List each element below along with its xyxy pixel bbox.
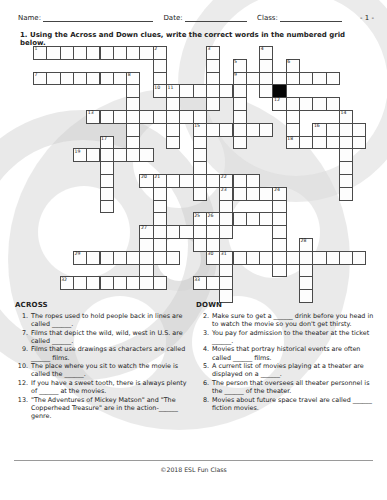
grid-cell[interactable] [193, 161, 207, 175]
clue-item: 10.The place where you sit to watch the … [15, 362, 191, 378]
clue-item-text: The ropes used to hold people back in li… [31, 312, 191, 328]
clue-item-text: You pay for admission to the theater at … [212, 329, 376, 345]
grid-cell[interactable] [193, 110, 207, 124]
clue-item-number: 6. [196, 379, 209, 395]
grid-cell[interactable] [326, 136, 340, 150]
grid-cell[interactable] [312, 251, 326, 265]
grid-cell[interactable] [206, 225, 220, 239]
clue-number: 23 [221, 188, 227, 193]
grid-cell[interactable] [299, 276, 313, 290]
grid-cell[interactable] [179, 225, 193, 239]
clue-item: 5.A current list of movies playing at a … [196, 362, 376, 378]
date-field[interactable] [185, 14, 247, 22]
grid-cell[interactable] [339, 174, 353, 188]
grid-cell[interactable] [206, 59, 220, 73]
grid-cell[interactable] [259, 72, 273, 86]
grid-cell[interactable] [233, 251, 247, 265]
header: Name: Date: Class: - 1 - [18, 14, 374, 22]
grid-cell[interactable] [100, 276, 114, 290]
grid-cell[interactable] [153, 59, 167, 73]
clue-number: 31 [221, 252, 227, 257]
grid-cell[interactable] [100, 174, 114, 188]
date-label: Date: [163, 14, 182, 22]
clue-number: 29 [75, 252, 81, 257]
clue-item-number: 8. [196, 396, 209, 412]
class-label: Class: [257, 14, 278, 22]
clue-number: 9 [234, 73, 237, 78]
grid-cell[interactable] [286, 251, 300, 265]
grid-cell[interactable] [246, 212, 260, 226]
grid-cell[interactable] [339, 123, 353, 137]
clue-item: 1.The ropes used to hold people back in … [15, 312, 191, 328]
grid-cell[interactable] [139, 46, 153, 60]
page-number: - 1 - [360, 14, 374, 22]
across-title: ACROSS [15, 301, 191, 309]
clue-item: 9.Films that use drawings as characters … [15, 345, 191, 361]
grid-cell[interactable] [219, 225, 233, 239]
grid-cell[interactable] [113, 46, 127, 60]
grid-cell[interactable] [139, 264, 153, 278]
grid-cell[interactable] [259, 84, 273, 98]
grid-cell[interactable] [219, 200, 233, 214]
grid-cell[interactable] [219, 276, 233, 290]
grid-cell[interactable] [352, 136, 366, 150]
grid-cell[interactable] [233, 97, 247, 111]
clue-number: 2 [154, 47, 157, 52]
grid-cell[interactable] [339, 148, 353, 162]
grid-cell[interactable] [272, 225, 286, 239]
grid-cell[interactable] [73, 276, 87, 290]
clue-number: 33 [194, 278, 200, 283]
grid-cell[interactable] [312, 72, 326, 86]
clue-item: 6.The person that oversees all theater p… [196, 379, 376, 395]
grid-cell[interactable] [139, 238, 153, 252]
grid-cell[interactable] [179, 84, 193, 98]
copyright-text: ©2018 ESL Fun Class [0, 466, 387, 473]
grid-cell[interactable] [126, 110, 140, 124]
grid-cell[interactable] [153, 72, 167, 86]
grid-cell[interactable] [60, 72, 74, 86]
grid-cell[interactable] [193, 148, 207, 162]
grid-cell[interactable] [219, 123, 233, 137]
clue-number: 24 [274, 188, 280, 193]
clue-number: 13 [88, 111, 94, 116]
clue-item-text: A current list of movies playing at a th… [212, 362, 376, 378]
grid-cell[interactable] [153, 187, 167, 201]
grid-cell[interactable] [166, 174, 180, 188]
grid-cell[interactable] [206, 276, 220, 290]
grid-cell[interactable] [153, 251, 167, 265]
clue-item-number: 9. [15, 345, 28, 361]
clue-item-number: 13. [15, 396, 28, 420]
clue-item-number: 12. [15, 379, 28, 395]
grid-cell[interactable] [46, 46, 60, 60]
clue-number: 5 [234, 60, 237, 65]
clue-number: 19 [75, 150, 81, 155]
grid-cell[interactable] [206, 238, 220, 252]
grid-cell[interactable] [126, 148, 140, 162]
grid-cell[interactable] [312, 97, 326, 111]
clue-item-number: 7. [15, 329, 28, 345]
grid-cell[interactable] [193, 187, 207, 201]
clue-item: 3.You pay for admission to the theater a… [196, 329, 376, 345]
clue-item-number: 1. [15, 312, 28, 328]
grid-cell[interactable] [60, 46, 74, 60]
clue-number: 3 [208, 47, 211, 52]
grid-cell[interactable] [219, 84, 233, 98]
grid-cell[interactable] [153, 110, 167, 124]
clue-number: 1 [35, 47, 38, 52]
grid-cell[interactable] [126, 97, 140, 111]
grid-cell[interactable] [246, 174, 260, 188]
grid-cell[interactable] [219, 212, 233, 226]
clue-number: 8 [128, 73, 131, 78]
clue-number: 26 [208, 214, 214, 219]
grid-cell[interactable] [166, 136, 180, 150]
grid-cell[interactable] [179, 110, 193, 124]
grid-cell[interactable] [179, 174, 193, 188]
grid-cell[interactable] [206, 97, 220, 111]
worksheet-page: { "game": "crossword (Movies vocabulary … [0, 0, 387, 500]
grid-cell[interactable] [206, 174, 220, 188]
clue-number: 7 [35, 73, 38, 78]
grid-cell[interactable] [246, 187, 260, 201]
grid-cell[interactable] [286, 97, 300, 111]
blocked-cell [272, 84, 286, 98]
grid-cell[interactable] [100, 200, 114, 214]
clue-number: 22 [221, 175, 227, 180]
clue-item-number: 5. [196, 362, 209, 378]
clue-number: 6 [287, 60, 290, 65]
grid-cell[interactable] [100, 46, 114, 60]
grid-cell[interactable] [113, 148, 127, 162]
clue-number: 30 [208, 252, 214, 257]
grid-cell[interactable] [193, 136, 207, 150]
clue-item-text: Films that use drawings as characters ar… [31, 345, 191, 361]
grid-cell[interactable] [193, 225, 207, 239]
grid-cell[interactable] [339, 136, 353, 150]
clue-number: 32 [61, 278, 67, 283]
grid-cell[interactable] [219, 264, 233, 278]
grid-cell[interactable] [139, 276, 153, 290]
clue-number: 14 [341, 111, 347, 116]
grid-cell[interactable] [233, 187, 247, 201]
grid-cell[interactable] [100, 110, 114, 124]
grid-cell[interactable] [46, 72, 60, 86]
grid-cell[interactable] [272, 200, 286, 214]
clue-item: 4.Movies that portray historical events … [196, 345, 376, 361]
grid-cell[interactable] [206, 84, 220, 98]
grid-cell[interactable] [299, 251, 313, 265]
grid-cell[interactable] [193, 238, 207, 252]
grid-cell[interactable] [259, 251, 273, 265]
grid-cell[interactable] [233, 110, 247, 124]
grid-cell[interactable] [272, 72, 286, 86]
across-clues: ACROSS 1.The ropes used to hold people b… [15, 301, 191, 420]
clue-number: 4 [261, 47, 264, 52]
clue-item-text: The person that oversees all theater per… [212, 379, 376, 395]
grid-cell[interactable] [299, 264, 313, 278]
grid-cell[interactable] [246, 72, 260, 86]
grid-cell[interactable] [100, 161, 114, 175]
grid-cell[interactable] [286, 72, 300, 86]
clue-item-text: The place where you sit to watch the mov… [31, 362, 191, 378]
grid-cell[interactable] [126, 276, 140, 290]
name-label: Name: [18, 14, 41, 22]
clue-item-number: 10. [15, 362, 28, 378]
clue-item-text: Movies about future space travel are cal… [212, 396, 376, 412]
clue-item-text: "The Adventures of Mickey Matson" and "T… [31, 396, 191, 420]
name-field[interactable] [43, 14, 153, 22]
grid-cell[interactable] [166, 251, 180, 265]
grid-cell[interactable] [352, 251, 366, 265]
grid-cell[interactable] [139, 251, 153, 265]
instruction-text: 1. Using the Across and Down clues, writ… [20, 31, 370, 47]
clue-item-number: 2. [196, 312, 209, 328]
clue-number: 11 [168, 86, 174, 91]
grid-cell[interactable] [126, 84, 140, 98]
grid-cell[interactable] [326, 72, 340, 86]
clue-number: 10 [154, 86, 160, 91]
grid-cell[interactable] [206, 123, 220, 137]
grid-cell[interactable] [259, 59, 273, 73]
clue-number: 16 [314, 124, 320, 129]
grid-cell[interactable] [259, 187, 273, 201]
grid-cell[interactable] [153, 212, 167, 226]
grid-cell[interactable] [286, 123, 300, 137]
grid-cell[interactable] [326, 97, 340, 111]
clue-item-number: 3. [196, 329, 209, 345]
clue-item: 12.If you have a sweet tooth, there is a… [15, 379, 191, 395]
grid-cell[interactable] [339, 251, 353, 265]
grid-cell[interactable] [113, 251, 127, 265]
grid-cell[interactable] [299, 72, 313, 86]
grid-cell[interactable] [339, 161, 353, 175]
grid-cell[interactable] [86, 46, 100, 60]
clue-number: 17 [101, 137, 107, 142]
clue-item: 7.Films that depict the wild, wild, west… [15, 329, 191, 345]
grid-cell[interactable] [286, 110, 300, 124]
clue-item-text: If you have a sweet tooth, there is alwa… [31, 379, 191, 395]
clue-item: 13."The Adventures of Mickey Matson" and… [15, 396, 191, 420]
grid-cell[interactable] [233, 174, 247, 188]
grid-cell[interactable] [139, 110, 153, 124]
grid-cell[interactable] [86, 251, 100, 265]
clue-item: 8.Movies about future space travel are c… [196, 396, 376, 412]
grid-cell[interactable] [299, 136, 313, 150]
grid-cell[interactable] [166, 97, 180, 111]
grid-cell[interactable] [126, 46, 140, 60]
grid-cell[interactable] [86, 276, 100, 290]
clue-number: 21 [154, 175, 160, 180]
grid-cell[interactable] [272, 264, 286, 278]
grid-cell[interactable] [166, 110, 180, 124]
grid-cell[interactable] [153, 238, 167, 252]
grid-cell[interactable] [113, 276, 127, 290]
grid-cell[interactable] [100, 148, 114, 162]
grid-cell[interactable] [113, 72, 127, 86]
grid-cell[interactable] [126, 136, 140, 150]
grid-cell[interactable] [233, 84, 247, 98]
grid-cell[interactable] [73, 72, 87, 86]
grid-cell[interactable] [86, 148, 100, 162]
grid-cell[interactable] [100, 251, 114, 265]
grid-cell[interactable] [233, 123, 247, 137]
grid-cell[interactable] [153, 276, 167, 290]
down-clues: DOWN 2.Make sure to get a ______ drink b… [196, 301, 376, 412]
grid-cell[interactable] [312, 136, 326, 150]
grid-cell[interactable] [352, 123, 366, 137]
clue-number: 20 [141, 175, 147, 180]
clue-number: 27 [141, 226, 147, 231]
clue-item-text: Films that depict the wild, wild, west i… [31, 329, 191, 345]
grid-cell[interactable] [272, 251, 286, 265]
grid-cell[interactable] [233, 136, 247, 150]
grid-cell[interactable] [100, 72, 114, 86]
grid-cell[interactable] [233, 212, 247, 226]
grid-cell[interactable] [166, 225, 180, 239]
grid-cell[interactable] [206, 72, 220, 86]
clue-item-text: Make sure to get a ______ drink before y… [212, 312, 376, 328]
grid-cell[interactable] [272, 238, 286, 252]
footer-divider [14, 460, 373, 461]
grid-cell[interactable] [246, 123, 260, 137]
grid-cell[interactable] [166, 123, 180, 137]
clue-item-number: 4. [196, 345, 209, 361]
grid-cell[interactable] [153, 200, 167, 214]
grid-cell[interactable] [339, 187, 353, 201]
grid-cell[interactable] [193, 174, 207, 188]
grid-cell[interactable] [73, 46, 87, 60]
clue-item-text: Movies that portray historical events ar… [212, 345, 376, 361]
grid-cell[interactable] [326, 251, 340, 265]
grid-cell[interactable] [272, 212, 286, 226]
grid-cell[interactable] [126, 251, 140, 265]
grid-cell[interactable] [299, 97, 313, 111]
clue-number: 25 [194, 214, 200, 219]
grid-cell[interactable] [259, 212, 273, 226]
grid-cell[interactable] [113, 110, 127, 124]
grid-cell[interactable] [326, 123, 340, 137]
clue-number: 18 [287, 137, 293, 142]
crossword-grid: 1234567891011121314151617181920212223242… [33, 46, 368, 304]
clue-number: 15 [194, 124, 200, 129]
grid-cell[interactable] [126, 123, 140, 137]
grid-cell[interactable] [100, 187, 114, 201]
clue-number: 12 [274, 98, 280, 103]
down-title: DOWN [196, 301, 376, 309]
grid-cell[interactable] [193, 84, 207, 98]
grid-cell[interactable] [246, 251, 260, 265]
grid-cell[interactable] [259, 123, 273, 137]
grid-cell[interactable] [153, 225, 167, 239]
class-field[interactable] [280, 14, 342, 22]
clue-item: 2.Make sure to get a ______ drink before… [196, 312, 376, 328]
clue-number: 28 [301, 239, 307, 244]
grid-cell[interactable] [86, 72, 100, 86]
grid-cell[interactable] [139, 148, 153, 162]
